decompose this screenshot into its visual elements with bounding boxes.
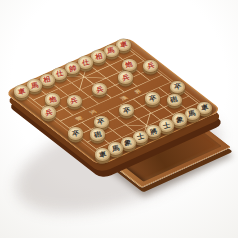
product-photo-xiangqi-set: 楚 河 漢 界 車馬相仕帥仕相馬車炮炮兵兵兵兵兵卒卒卒卒卒砲砲車馬象士將士象馬車 xyxy=(0,0,238,238)
